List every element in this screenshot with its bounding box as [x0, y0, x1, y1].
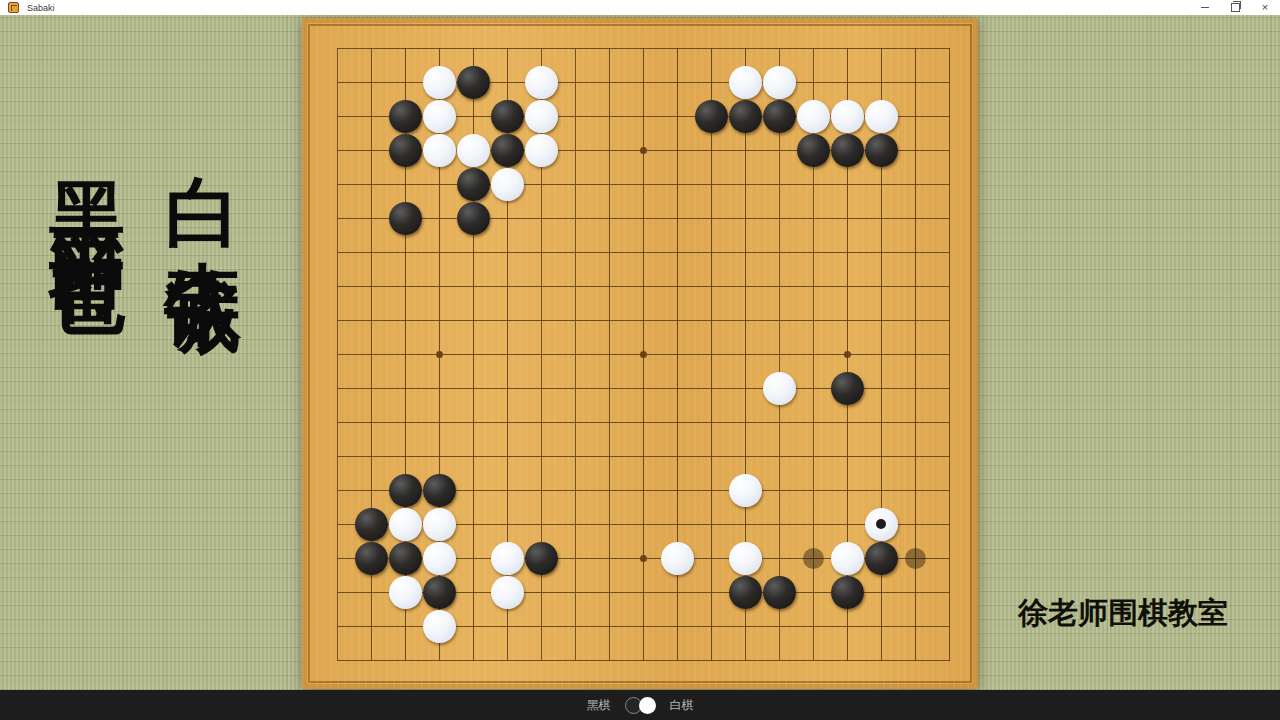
- minimize-icon: [1201, 7, 1209, 8]
- grid-line-v: [779, 48, 780, 661]
- white-stone-icon: [639, 697, 656, 714]
- white-stone[interactable]: [865, 100, 898, 133]
- black-stone[interactable]: [457, 66, 490, 99]
- bottom-bar: 黑棋 白棋: [0, 690, 1280, 720]
- white-stone[interactable]: [491, 576, 524, 609]
- black-stone[interactable]: [355, 508, 388, 541]
- close-button[interactable]: ×: [1250, 0, 1280, 15]
- white-stone[interactable]: [423, 66, 456, 99]
- restore-icon: [1231, 3, 1240, 12]
- white-stone[interactable]: [389, 508, 422, 541]
- player-toggle[interactable]: [625, 697, 656, 714]
- black-stone[interactable]: [457, 168, 490, 201]
- board-grid: [337, 48, 949, 660]
- white-stone[interactable]: [729, 474, 762, 507]
- white-stone[interactable]: [423, 100, 456, 133]
- white-stone[interactable]: [389, 576, 422, 609]
- black-label: 黑: [46, 121, 131, 130]
- white-stone[interactable]: [797, 100, 830, 133]
- black-stone[interactable]: [423, 474, 456, 507]
- black-stone[interactable]: [525, 542, 558, 575]
- black-stone[interactable]: [355, 542, 388, 575]
- star-point: [436, 351, 443, 358]
- next-move-hint-stone[interactable]: [905, 548, 926, 569]
- restore-button[interactable]: [1220, 0, 1250, 15]
- white-stone[interactable]: [729, 66, 762, 99]
- black-stone[interactable]: [491, 100, 524, 133]
- black-stone[interactable]: [763, 100, 796, 133]
- white-stone[interactable]: [831, 542, 864, 575]
- white-player-banner: 白李钦诚: [158, 115, 250, 227]
- white-turn-label: 白棋: [670, 697, 694, 714]
- star-point: [640, 351, 647, 358]
- white-stone[interactable]: [525, 134, 558, 167]
- black-stone[interactable]: [831, 372, 864, 405]
- white-stone[interactable]: [729, 542, 762, 575]
- white-stone[interactable]: [491, 542, 524, 575]
- next-move-hint-stone[interactable]: [803, 548, 824, 569]
- grid-line-h: [337, 456, 950, 457]
- black-stone[interactable]: [729, 100, 762, 133]
- black-stone[interactable]: [423, 576, 456, 609]
- white-stone[interactable]: [525, 66, 558, 99]
- white-stone[interactable]: [423, 610, 456, 643]
- grid-line-h: [337, 422, 950, 423]
- grid-line-v: [711, 48, 712, 661]
- white-stone[interactable]: [661, 542, 694, 575]
- white-stone[interactable]: [423, 134, 456, 167]
- titlebar: Sabaki ×: [0, 0, 1280, 15]
- black-stone[interactable]: [865, 134, 898, 167]
- black-stone[interactable]: [389, 542, 422, 575]
- black-stone[interactable]: [491, 134, 524, 167]
- white-stone-last-move[interactable]: [865, 508, 898, 541]
- black-stone[interactable]: [389, 100, 422, 133]
- close-icon: ×: [1262, 2, 1268, 13]
- watermark-text: 徐老师围棋教室: [1018, 593, 1228, 634]
- star-point: [640, 147, 647, 154]
- white-stone[interactable]: [763, 66, 796, 99]
- main-area: 黑平田智也 白李钦诚 徐老师围棋教室: [0, 15, 1280, 690]
- star-point: [640, 555, 647, 562]
- goban[interactable]: [302, 18, 978, 689]
- black-stone[interactable]: [763, 576, 796, 609]
- black-stone[interactable]: [389, 474, 422, 507]
- black-player-banner: 黑平田智也: [42, 121, 134, 208]
- black-stone[interactable]: [729, 576, 762, 609]
- white-stone[interactable]: [423, 508, 456, 541]
- black-stone[interactable]: [695, 100, 728, 133]
- white-stone[interactable]: [491, 168, 524, 201]
- last-move-marker: [876, 519, 886, 529]
- white-stone[interactable]: [831, 100, 864, 133]
- white-player-name: 李钦诚: [162, 200, 247, 227]
- grid-line-v: [949, 48, 950, 661]
- white-label: 白: [162, 115, 247, 124]
- black-stone[interactable]: [865, 542, 898, 575]
- black-stone[interactable]: [457, 202, 490, 235]
- white-stone[interactable]: [423, 542, 456, 575]
- white-stone[interactable]: [763, 372, 796, 405]
- white-stone[interactable]: [525, 100, 558, 133]
- star-point: [844, 351, 851, 358]
- grid-line-v: [915, 48, 916, 661]
- minimize-button[interactable]: [1190, 0, 1220, 15]
- window-controls: ×: [1190, 0, 1280, 15]
- black-stone[interactable]: [797, 134, 830, 167]
- black-turn-label: 黑棋: [587, 697, 611, 714]
- black-stone[interactable]: [389, 202, 422, 235]
- black-stone[interactable]: [831, 576, 864, 609]
- window-title: Sabaki: [27, 3, 55, 13]
- black-stone[interactable]: [831, 134, 864, 167]
- black-stone[interactable]: [389, 134, 422, 167]
- sabaki-app-icon: [8, 2, 19, 13]
- white-stone[interactable]: [457, 134, 490, 167]
- black-player-name: 平田智也: [46, 172, 131, 208]
- grid-line-h: [337, 660, 950, 661]
